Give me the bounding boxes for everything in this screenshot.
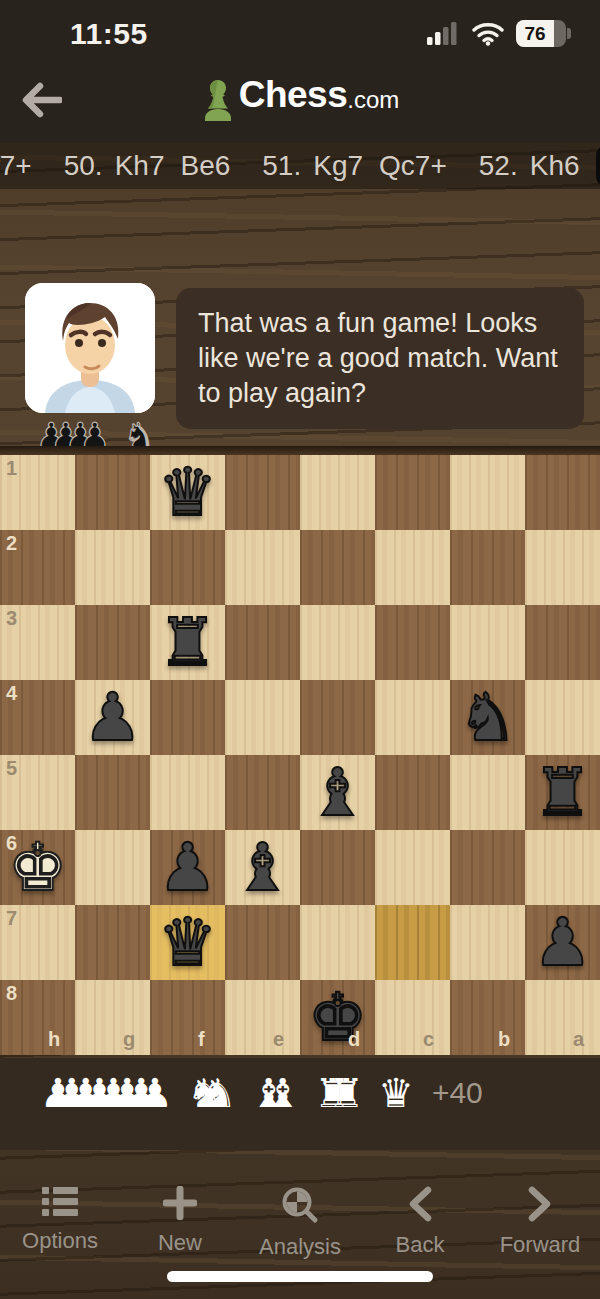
board-top-edge bbox=[0, 446, 600, 455]
cellular-signal-icon bbox=[427, 22, 460, 46]
square-c2[interactable] bbox=[375, 530, 450, 605]
battery-icon: 76 bbox=[516, 20, 572, 47]
square-e6[interactable]: ♝ bbox=[225, 830, 300, 905]
chevron-left-icon bbox=[408, 1186, 432, 1222]
square-g4[interactable]: ♟ bbox=[75, 680, 150, 755]
rank-label-4: 4 bbox=[6, 682, 17, 705]
opponent-avatar[interactable] bbox=[25, 283, 155, 413]
file-label-a: a bbox=[573, 1028, 584, 1051]
move-token[interactable]: f7+ bbox=[0, 150, 32, 182]
black-knight: ♞ bbox=[458, 680, 517, 755]
battery-percent: 76 bbox=[516, 20, 554, 47]
square-f5[interactable] bbox=[150, 755, 225, 830]
square-a8[interactable] bbox=[525, 980, 600, 1055]
back-label: Back bbox=[396, 1232, 445, 1258]
file-label-c: c bbox=[423, 1028, 434, 1051]
square-d3[interactable] bbox=[300, 605, 375, 680]
move-token[interactable]: Kh6 bbox=[530, 150, 580, 182]
square-d6[interactable] bbox=[300, 830, 375, 905]
black-rook: ♜ bbox=[158, 605, 217, 680]
captured-white-knight: ♞ bbox=[201, 1070, 237, 1116]
chat-message: That was a fun game! Looks like we're a … bbox=[198, 308, 558, 408]
square-g1[interactable] bbox=[75, 455, 150, 530]
square-e3[interactable] bbox=[225, 605, 300, 680]
rank-label-2: 2 bbox=[6, 532, 17, 555]
plus-icon bbox=[163, 1186, 197, 1220]
status-time: 11:55 bbox=[70, 17, 148, 51]
rank-label-5: 5 bbox=[6, 757, 17, 780]
square-a7[interactable]: ♟ bbox=[525, 905, 600, 980]
square-b8[interactable] bbox=[450, 980, 525, 1055]
square-f8[interactable] bbox=[150, 980, 225, 1055]
captured-white-pawn: ♟ bbox=[137, 1070, 173, 1116]
file-label-h: h bbox=[48, 1028, 60, 1051]
status-icons: 76 bbox=[427, 20, 572, 47]
square-b3[interactable] bbox=[450, 605, 525, 680]
forward-label: Forward bbox=[500, 1232, 581, 1258]
square-a5[interactable]: ♜ bbox=[525, 755, 600, 830]
square-g6[interactable] bbox=[75, 830, 150, 905]
square-e2[interactable] bbox=[225, 530, 300, 605]
analysis-label: Analysis bbox=[259, 1234, 341, 1260]
captured-white-rook: ♜ bbox=[328, 1070, 364, 1116]
move-token[interactable]: Kg7 bbox=[313, 150, 363, 182]
square-f1[interactable]: ♛ bbox=[150, 455, 225, 530]
move-number: 51. bbox=[262, 150, 301, 182]
square-a4[interactable] bbox=[525, 680, 600, 755]
file-label-g: g bbox=[123, 1028, 135, 1051]
square-e4[interactable] bbox=[225, 680, 300, 755]
square-d7[interactable] bbox=[300, 905, 375, 980]
square-g8[interactable] bbox=[75, 980, 150, 1055]
square-c1[interactable] bbox=[375, 455, 450, 530]
file-label-d: d bbox=[348, 1028, 360, 1051]
move-list: f7+50.Kh7Be651.Kg7Qc7+52.Kh6Qf7 bbox=[0, 143, 600, 189]
black-rook: ♜ bbox=[533, 755, 592, 830]
current-move[interactable]: Qf7 bbox=[596, 146, 600, 186]
move-token[interactable]: Kh7 bbox=[115, 150, 165, 182]
rank-label-7: 7 bbox=[6, 907, 17, 930]
top-bar: 11:55 76 Ch bbox=[0, 0, 600, 143]
analysis-magnifier-icon bbox=[281, 1186, 319, 1224]
square-f2[interactable] bbox=[150, 530, 225, 605]
captured-white-queen: ♛ bbox=[378, 1070, 414, 1116]
bottom-toolbar: Options New Analysis Back Forward bbox=[0, 1180, 600, 1260]
black-bishop: ♝ bbox=[308, 755, 367, 830]
square-g5[interactable] bbox=[75, 755, 150, 830]
square-b5[interactable] bbox=[450, 755, 525, 830]
chevron-right-icon bbox=[528, 1186, 552, 1222]
square-f6[interactable]: ♟ bbox=[150, 830, 225, 905]
move-number: 50. bbox=[64, 150, 103, 182]
rank-label-3: 3 bbox=[6, 607, 17, 630]
chat-bubble: That was a fun game! Looks like we're a … bbox=[176, 288, 584, 429]
move-token[interactable]: Qc7+ bbox=[379, 150, 447, 182]
square-d8[interactable]: ♚ bbox=[300, 980, 375, 1055]
square-e1[interactable] bbox=[225, 455, 300, 530]
square-b2[interactable] bbox=[450, 530, 525, 605]
square-e8[interactable] bbox=[225, 980, 300, 1055]
square-b4[interactable]: ♞ bbox=[450, 680, 525, 755]
square-f4[interactable] bbox=[150, 680, 225, 755]
square-g3[interactable] bbox=[75, 605, 150, 680]
rank-label-8: 8 bbox=[6, 982, 17, 1005]
rank-label-6: 6 bbox=[6, 832, 17, 855]
square-c7[interactable] bbox=[375, 905, 450, 980]
back-move-button[interactable]: Back bbox=[360, 1180, 480, 1260]
square-c3[interactable] bbox=[375, 605, 450, 680]
logo-tld: .com bbox=[347, 86, 399, 114]
square-c4[interactable] bbox=[375, 680, 450, 755]
file-label-e: e bbox=[273, 1028, 284, 1051]
square-d2[interactable] bbox=[300, 530, 375, 605]
options-label: Options bbox=[22, 1228, 98, 1254]
move-number: 52. bbox=[479, 150, 518, 182]
square-e7[interactable] bbox=[225, 905, 300, 980]
black-pawn: ♟ bbox=[158, 830, 217, 905]
square-a3[interactable] bbox=[525, 605, 600, 680]
square-f3[interactable]: ♜ bbox=[150, 605, 225, 680]
square-e5[interactable] bbox=[225, 755, 300, 830]
square-f7[interactable]: ♛ bbox=[150, 905, 225, 980]
rank-label-1: 1 bbox=[6, 457, 17, 480]
options-list-icon bbox=[42, 1186, 78, 1218]
move-token[interactable]: Be6 bbox=[180, 150, 230, 182]
square-c8[interactable] bbox=[375, 980, 450, 1055]
forward-move-button[interactable]: Forward bbox=[480, 1180, 600, 1260]
board-grid: ♛♜♟♞♝♜♚♟♝♛♟♚12345678hgfedcba bbox=[0, 455, 600, 1055]
square-d1[interactable] bbox=[300, 455, 375, 530]
square-a1[interactable] bbox=[525, 455, 600, 530]
wifi-icon bbox=[472, 22, 504, 46]
logo-word: Chess bbox=[239, 74, 348, 116]
chesscom-logo: Chess .com bbox=[0, 74, 600, 126]
square-a6[interactable] bbox=[525, 830, 600, 905]
square-b1[interactable] bbox=[450, 455, 525, 530]
square-d5[interactable]: ♝ bbox=[300, 755, 375, 830]
file-label-f: f bbox=[198, 1028, 205, 1051]
avatar-illustration bbox=[25, 283, 155, 413]
black-queen: ♛ bbox=[158, 455, 217, 530]
square-d4[interactable] bbox=[300, 680, 375, 755]
black-bishop: ♝ bbox=[233, 830, 292, 905]
options-button[interactable]: Options bbox=[0, 1180, 120, 1260]
new-game-button[interactable]: New bbox=[120, 1180, 240, 1260]
square-b7[interactable] bbox=[450, 905, 525, 980]
square-c5[interactable] bbox=[375, 755, 450, 830]
black-queen: ♛ bbox=[158, 905, 217, 980]
captured-white-bishop: ♝ bbox=[264, 1070, 300, 1116]
square-g7[interactable] bbox=[75, 905, 150, 980]
black-pawn: ♟ bbox=[533, 905, 592, 980]
square-g2[interactable] bbox=[75, 530, 150, 605]
player-captured-tray: ♟♟♟♟♟♟♟♟♞♞♝♝♜♜♛+40 bbox=[40, 1066, 483, 1120]
pawn-logo-icon bbox=[201, 78, 235, 122]
home-indicator[interactable] bbox=[167, 1271, 433, 1282]
new-label: New bbox=[158, 1230, 202, 1256]
analysis-button[interactable]: Analysis bbox=[240, 1180, 360, 1260]
square-a2[interactable] bbox=[525, 530, 600, 605]
material-score: +40 bbox=[432, 1076, 483, 1110]
square-c6[interactable] bbox=[375, 830, 450, 905]
file-label-b: b bbox=[498, 1028, 510, 1051]
square-b6[interactable] bbox=[450, 830, 525, 905]
black-pawn: ♟ bbox=[83, 680, 142, 755]
